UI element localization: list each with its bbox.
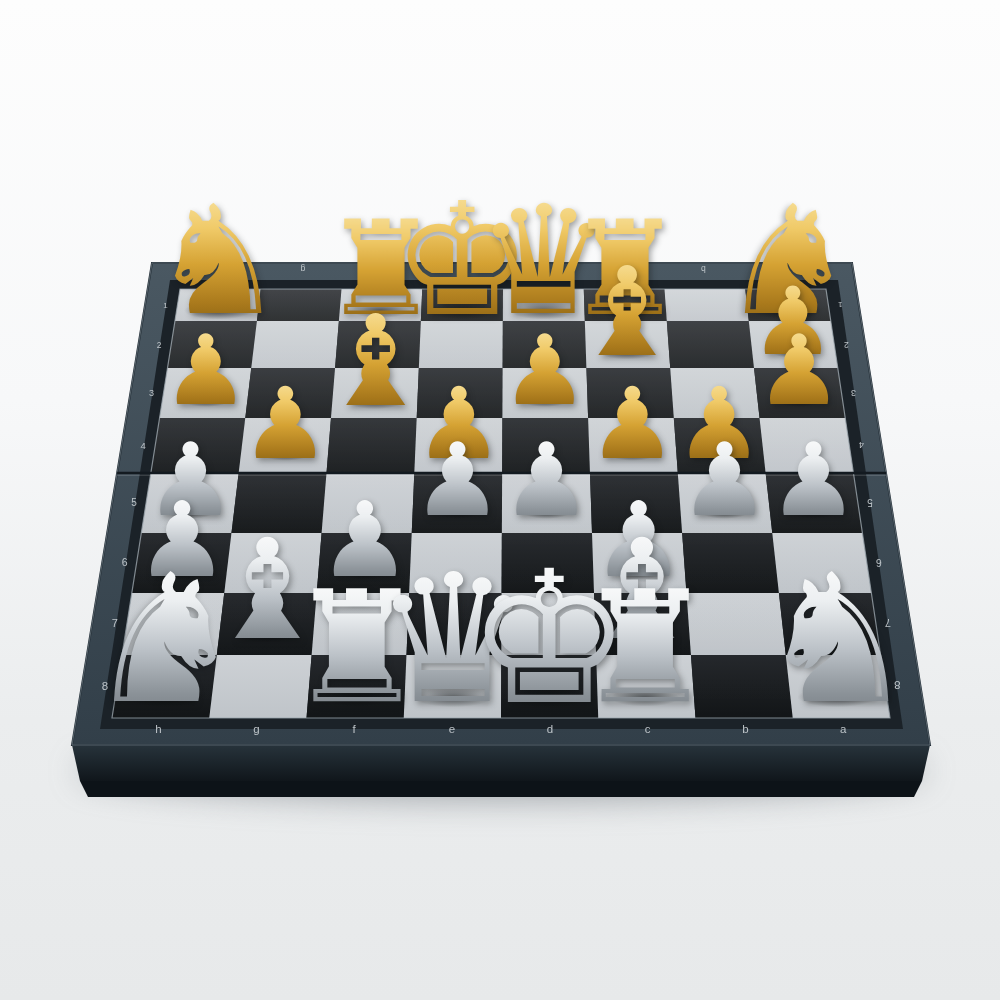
piece-black-knight-a8: ♞ <box>757 551 917 729</box>
product-photo-scene: hhggffeeddccbbaa1122334455667788 ♞♜♚♛♜♞♝… <box>0 0 1000 1000</box>
piece-white-pawn-g4: ♟ <box>241 374 330 473</box>
piece-white-pawn-d3: ♟ <box>501 322 588 419</box>
piece-white-bishop-c2: ♝ <box>572 252 682 375</box>
piece-black-pawn-d5: ♟ <box>501 430 592 531</box>
piece-black-rook-c8: ♜ <box>576 570 715 725</box>
piece-white-pawn-a3: ♟ <box>756 322 843 419</box>
piece-black-pawn-a5: ♟ <box>768 430 859 531</box>
piece-black-pawn-e5: ♟ <box>412 430 503 531</box>
piece-white-pawn-c4: ♟ <box>588 374 677 473</box>
pieces-layer: ♞♜♚♛♜♞♝♟♝♟♟♟♟♟♟♟♟♟♟♟♟♟♟♟♝♝♞♜♛♚♜♞ <box>0 0 1000 1000</box>
piece-black-knight-h8: ♞ <box>85 551 245 729</box>
piece-white-pawn-h3: ♟ <box>162 322 249 419</box>
